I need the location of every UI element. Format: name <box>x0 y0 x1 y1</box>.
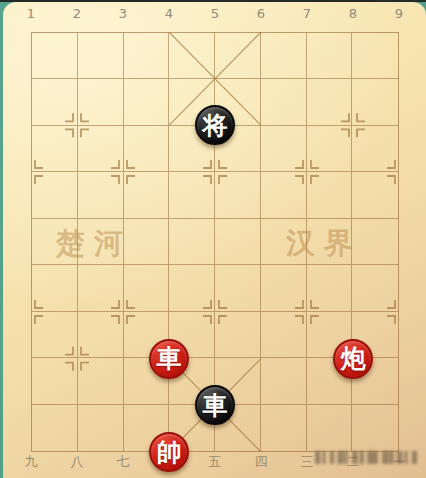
board-square <box>307 126 353 172</box>
board-square <box>78 79 124 125</box>
top-edge-line <box>0 0 426 2</box>
board-square <box>261 33 307 79</box>
board-square <box>261 405 307 451</box>
top-file-label: 5 <box>204 6 226 22</box>
board-square <box>124 79 170 125</box>
board-square <box>307 172 353 218</box>
board-square <box>32 172 78 218</box>
bottom-file-label: 五 <box>204 454 226 470</box>
piece-red-general[interactable]: 帥 <box>149 432 189 472</box>
board-square <box>124 172 170 218</box>
board-square <box>352 79 398 125</box>
top-file-label: 3 <box>112 6 134 22</box>
board-square <box>261 265 307 311</box>
top-file-label: 4 <box>158 6 180 22</box>
board-square <box>32 79 78 125</box>
bottom-file-label: 七 <box>112 454 134 470</box>
top-file-label: 7 <box>296 6 318 22</box>
top-file-label: 2 <box>66 6 88 22</box>
board-square <box>32 312 78 358</box>
top-file-label: 8 <box>342 6 364 22</box>
board-square <box>32 405 78 451</box>
board-square <box>32 33 78 79</box>
board-square <box>78 358 124 404</box>
board-square <box>32 126 78 172</box>
board-square <box>78 172 124 218</box>
board-square <box>215 219 261 265</box>
board-square <box>124 265 170 311</box>
board-square <box>307 265 353 311</box>
board-square <box>307 79 353 125</box>
board-square <box>78 405 124 451</box>
bottom-file-label: 九 <box>20 454 42 470</box>
bottom-file-label: 四 <box>250 454 272 470</box>
board-square <box>261 312 307 358</box>
top-file-label: 6 <box>250 6 272 22</box>
top-file-label: 9 <box>388 6 410 22</box>
board-square <box>215 265 261 311</box>
piece-red-cannon[interactable]: 炮 <box>333 339 373 379</box>
board-square <box>352 405 398 451</box>
board-square <box>261 126 307 172</box>
board-square <box>215 312 261 358</box>
board-square <box>124 33 170 79</box>
board-square <box>169 33 215 79</box>
board-square <box>78 33 124 79</box>
board-square <box>215 172 261 218</box>
piece-red-chariot[interactable]: 車 <box>149 339 189 379</box>
board-square <box>352 33 398 79</box>
board-square <box>78 265 124 311</box>
board-square <box>169 219 215 265</box>
board-square <box>78 312 124 358</box>
board-square <box>215 33 261 79</box>
board-square <box>169 265 215 311</box>
board-square <box>78 126 124 172</box>
board-square <box>261 358 307 404</box>
board-square <box>352 126 398 172</box>
board-square <box>352 172 398 218</box>
board-square <box>307 405 353 451</box>
app-background: 123456789 楚河 汉界 九八七六五四三二一 将車炮車帥 ▋▍▌▊▍▋▌▉… <box>0 0 426 478</box>
board-square <box>352 265 398 311</box>
xiangqi-board[interactable]: 123456789 楚河 汉界 九八七六五四三二一 将車炮車帥 ▋▍▌▊▍▋▌▉… <box>3 2 426 478</box>
board-square <box>261 172 307 218</box>
river-label-right: 汉界 <box>286 224 362 262</box>
board-square <box>32 265 78 311</box>
board-square <box>261 79 307 125</box>
bottom-file-label: 八 <box>66 454 88 470</box>
top-file-label: 1 <box>20 6 42 22</box>
river-label-left: 楚河 <box>56 224 132 262</box>
board-square <box>32 358 78 404</box>
board-square <box>124 126 170 172</box>
board-square <box>307 33 353 79</box>
board-square <box>169 172 215 218</box>
blurred-watermark: ▋▍▌▊▍▋▌▉▍▊▌▋▍▊▌ <box>315 449 417 466</box>
